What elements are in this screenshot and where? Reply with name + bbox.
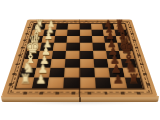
piece-black-rook-h8[interactable]: ♜ <box>128 72 140 85</box>
piece-white-pawn-h2[interactable]: ♟ <box>35 73 46 85</box>
square-c3[interactable] <box>54 36 67 43</box>
photo-stage: ♜♟♟♜♞♟♟♞♝♟♟♝♛♟♟♛♚♟♟♚♝♟♟♝♞♟♟♞♜♟♟♜ <box>0 0 160 120</box>
square-c5[interactable] <box>80 36 93 43</box>
border-coordinate-marks-bottom <box>17 92 142 95</box>
square-h4[interactable] <box>64 77 80 88</box>
square-f5[interactable] <box>80 59 94 68</box>
square-g4[interactable] <box>64 68 79 78</box>
square-g3[interactable] <box>49 68 65 78</box>
square-h5[interactable] <box>80 77 96 88</box>
square-e4[interactable] <box>66 51 80 59</box>
square-c4[interactable] <box>67 36 80 43</box>
piece-white-rook-h1[interactable]: ♜ <box>19 72 31 85</box>
scene: ♜♟♟♜♞♟♟♞♝♟♟♝♛♟♟♛♚♟♟♚♝♟♟♝♞♟♟♞♜♟♟♜ <box>0 0 160 120</box>
square-d6[interactable] <box>92 43 106 51</box>
chess-board[interactable]: ♜♟♟♜♞♟♟♞♝♟♟♝♛♟♟♛♚♟♟♚♝♟♟♝♞♟♟♞♜♟♟♜ <box>1 20 158 98</box>
square-e3[interactable] <box>52 51 66 59</box>
square-d3[interactable] <box>53 43 67 51</box>
square-g5[interactable] <box>80 68 95 78</box>
square-h8[interactable]: ♜ <box>125 77 143 88</box>
square-f3[interactable] <box>51 59 66 68</box>
square-h3[interactable] <box>48 77 65 88</box>
square-f4[interactable] <box>65 59 79 68</box>
square-e6[interactable] <box>93 51 107 59</box>
square-e5[interactable] <box>80 51 94 59</box>
square-h6[interactable] <box>95 77 112 88</box>
square-f6[interactable] <box>93 59 108 68</box>
square-c6[interactable] <box>92 36 105 43</box>
square-g6[interactable] <box>94 68 110 78</box>
square-d4[interactable] <box>66 43 79 51</box>
piece-black-pawn-h7[interactable]: ♟ <box>113 73 124 85</box>
playing-area[interactable]: ♜♟♟♜♞♟♟♞♝♟♟♝♛♟♟♛♚♟♟♚♝♟♟♝♞♟♟♞♜♟♟♜ <box>16 24 143 88</box>
square-h2[interactable]: ♟ <box>32 77 49 88</box>
square-d5[interactable] <box>80 43 93 51</box>
